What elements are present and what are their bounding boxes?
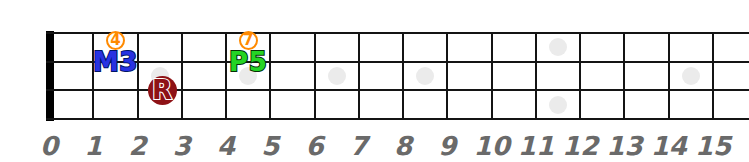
- fret-number-4: 4: [206, 134, 246, 158]
- string-line-d: [46, 61, 749, 63]
- inlay-dot-fret-12-1: [549, 38, 567, 56]
- fret-number-1: 1: [73, 134, 113, 158]
- fret-wire-12: [579, 33, 581, 119]
- root-marker: R: [148, 76, 177, 105]
- fret-wire-7: [358, 33, 360, 119]
- inlay-dot-fret-7: [328, 67, 346, 85]
- fret-number-5: 5: [250, 134, 290, 158]
- fret-wire-14: [668, 33, 670, 119]
- fret-number-8: 8: [383, 134, 423, 158]
- fret-number-6: 6: [295, 134, 335, 158]
- inlay-dot-fret-12-2: [549, 96, 567, 114]
- fret-wire-5: [269, 33, 271, 119]
- fret-wire-3: [181, 33, 183, 119]
- inlay-dot-fret-15: [682, 67, 700, 85]
- fret-number-10: 10: [472, 134, 512, 158]
- fret-number-15: 15: [693, 134, 733, 158]
- fret-wire-4: [225, 33, 227, 119]
- fretboard-diagram: 47M3P5R 0123456789101112131415: [0, 0, 749, 162]
- interval-label-m3: M3: [83, 48, 147, 76]
- fret-number-14: 14: [649, 134, 689, 158]
- fret-number-2: 2: [118, 134, 158, 158]
- string-line-e: [46, 118, 749, 120]
- fret-wire-6: [314, 33, 316, 119]
- nut: [46, 31, 54, 121]
- fret-wire-8: [402, 33, 404, 119]
- fret-wire-13: [623, 33, 625, 119]
- fret-number-7: 7: [339, 134, 379, 158]
- fret-number-9: 9: [427, 134, 467, 158]
- fret-wire-15: [712, 33, 714, 119]
- fret-number-3: 3: [162, 134, 202, 158]
- fret-number-12: 12: [560, 134, 600, 158]
- fret-number-11: 11: [516, 134, 556, 158]
- string-line-g: [46, 32, 749, 34]
- fret-number-13: 13: [604, 134, 644, 158]
- fret-number-0: 0: [29, 134, 69, 158]
- fret-wire-11: [535, 33, 537, 119]
- interval-label-p5: P5: [216, 48, 280, 76]
- inlay-dot-fret-9: [416, 67, 434, 85]
- fret-wire-9: [446, 33, 448, 119]
- fret-wire-10: [491, 33, 493, 119]
